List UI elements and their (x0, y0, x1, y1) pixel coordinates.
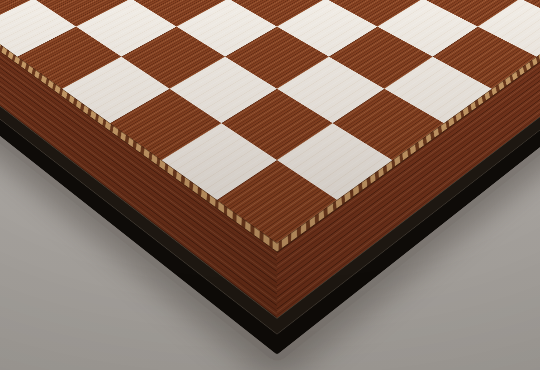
photo-stage (0, 0, 540, 370)
board-top-surface (0, 0, 540, 318)
chessboard (0, 0, 540, 318)
